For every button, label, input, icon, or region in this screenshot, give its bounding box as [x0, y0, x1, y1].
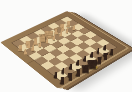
- board-square: ♞: [97, 47, 110, 55]
- board-square: [51, 41, 64, 49]
- chess-board-grid: ♜♞♝♛♚♝♞♜♟♟♟♟♟♟♟♟♟♟♟♟♟♟♟♟♜♞♝♛♚♝♞♜: [11, 16, 117, 81]
- board-square: [52, 33, 65, 40]
- board-frame: ♜♞♝♛♚♝♞♜♟♟♟♟♟♟♟♟♟♟♟♟♟♟♟♟♜♞♝♛♚♝♞♜: [0, 11, 127, 89]
- chess-set-photo: ♜♞♝♛♚♝♞♜♟♟♟♟♟♟♟♟♟♟♟♟♟♟♟♟♜♞♝♛♚♝♞♜: [0, 0, 132, 92]
- brass-clasp-icon: [90, 64, 99, 70]
